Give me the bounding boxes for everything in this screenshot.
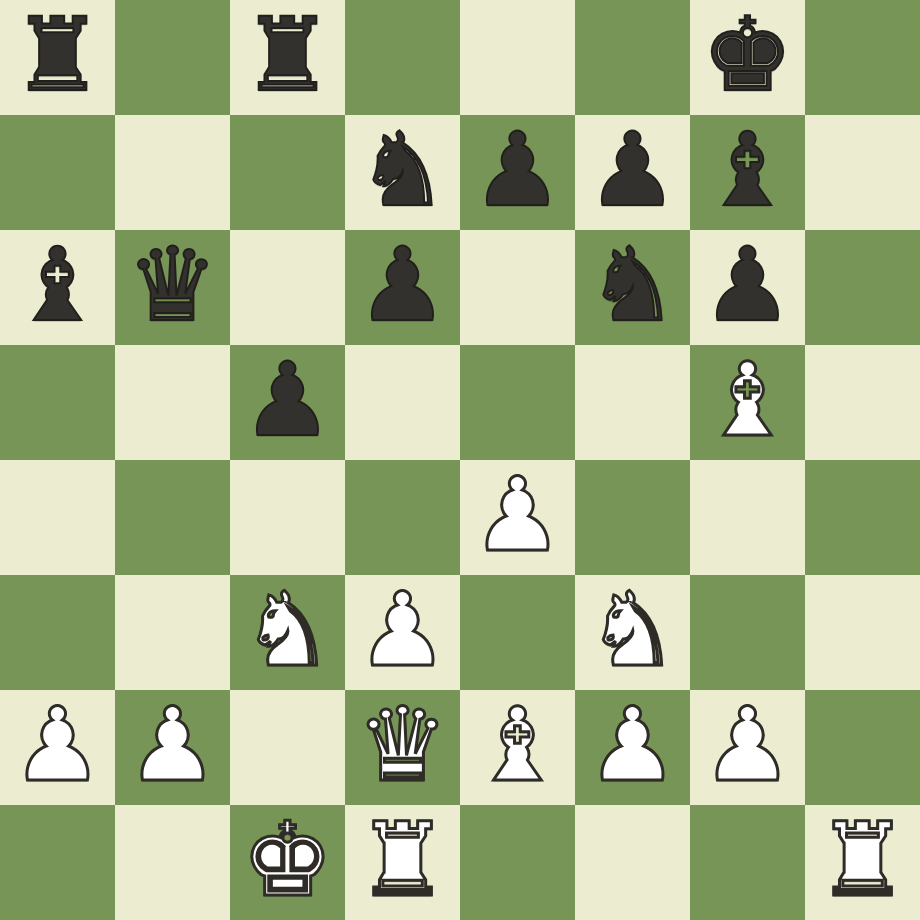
black-king-g8[interactable]: ♚ bbox=[702, 0, 793, 112]
white-knight-f3[interactable]: ♞ bbox=[587, 572, 678, 687]
black-bishop-g7[interactable]: ♝ bbox=[702, 112, 793, 227]
black-knight-d7[interactable]: ♞ bbox=[357, 112, 448, 227]
square-f3[interactable]: ♞ bbox=[575, 575, 690, 690]
square-b3[interactable] bbox=[115, 575, 230, 690]
square-b4[interactable] bbox=[115, 460, 230, 575]
square-h6[interactable] bbox=[805, 230, 920, 345]
square-b1[interactable] bbox=[115, 805, 230, 920]
square-g7[interactable]: ♝ bbox=[690, 115, 805, 230]
white-rook-d1[interactable]: ♜ bbox=[357, 802, 448, 917]
white-knight-c3[interactable]: ♞ bbox=[242, 572, 333, 687]
square-h3[interactable] bbox=[805, 575, 920, 690]
white-king-c1[interactable]: ♚ bbox=[242, 802, 333, 917]
square-d7[interactable]: ♞ bbox=[345, 115, 460, 230]
square-e4[interactable]: ♟ bbox=[460, 460, 575, 575]
white-bishop-e2[interactable]: ♝ bbox=[472, 687, 563, 802]
square-d1[interactable]: ♜ bbox=[345, 805, 460, 920]
square-g3[interactable] bbox=[690, 575, 805, 690]
square-e3[interactable] bbox=[460, 575, 575, 690]
square-b7[interactable] bbox=[115, 115, 230, 230]
square-b6[interactable]: ♛ bbox=[115, 230, 230, 345]
square-b8[interactable] bbox=[115, 0, 230, 115]
black-pawn-d6[interactable]: ♟ bbox=[357, 227, 448, 342]
square-a3[interactable] bbox=[0, 575, 115, 690]
square-b2[interactable]: ♟ bbox=[115, 690, 230, 805]
square-g6[interactable]: ♟ bbox=[690, 230, 805, 345]
square-e2[interactable]: ♝ bbox=[460, 690, 575, 805]
square-f7[interactable]: ♟ bbox=[575, 115, 690, 230]
black-pawn-e7[interactable]: ♟ bbox=[472, 112, 563, 227]
white-pawn-b2[interactable]: ♟ bbox=[127, 687, 218, 802]
square-g2[interactable]: ♟ bbox=[690, 690, 805, 805]
square-e6[interactable] bbox=[460, 230, 575, 345]
square-a7[interactable] bbox=[0, 115, 115, 230]
square-d2[interactable]: ♛ bbox=[345, 690, 460, 805]
square-d5[interactable] bbox=[345, 345, 460, 460]
white-pawn-g2[interactable]: ♟ bbox=[702, 687, 793, 802]
square-g1[interactable] bbox=[690, 805, 805, 920]
black-queen-b6[interactable]: ♛ bbox=[127, 227, 218, 342]
square-h7[interactable] bbox=[805, 115, 920, 230]
square-f1[interactable] bbox=[575, 805, 690, 920]
square-f4[interactable] bbox=[575, 460, 690, 575]
square-a6[interactable]: ♝ bbox=[0, 230, 115, 345]
square-d6[interactable]: ♟ bbox=[345, 230, 460, 345]
square-e1[interactable] bbox=[460, 805, 575, 920]
square-h8[interactable] bbox=[805, 0, 920, 115]
square-a2[interactable]: ♟ bbox=[0, 690, 115, 805]
square-g5[interactable]: ♝ bbox=[690, 345, 805, 460]
square-c5[interactable]: ♟ bbox=[230, 345, 345, 460]
black-bishop-a6[interactable]: ♝ bbox=[12, 227, 103, 342]
black-knight-f6[interactable]: ♞ bbox=[587, 227, 678, 342]
square-f2[interactable]: ♟ bbox=[575, 690, 690, 805]
square-c2[interactable] bbox=[230, 690, 345, 805]
square-c4[interactable] bbox=[230, 460, 345, 575]
square-a1[interactable] bbox=[0, 805, 115, 920]
square-h4[interactable] bbox=[805, 460, 920, 575]
white-queen-d2[interactable]: ♛ bbox=[357, 687, 448, 802]
square-d4[interactable] bbox=[345, 460, 460, 575]
square-f8[interactable] bbox=[575, 0, 690, 115]
square-c7[interactable] bbox=[230, 115, 345, 230]
square-g4[interactable] bbox=[690, 460, 805, 575]
chess-board: ♜♜♚♞♟♟♝♝♛♟♞♟♟♝♟♞♟♞♟♟♛♝♟♟♚♜♜ bbox=[0, 0, 920, 920]
square-h5[interactable] bbox=[805, 345, 920, 460]
white-bishop-g5[interactable]: ♝ bbox=[702, 342, 793, 457]
square-c3[interactable]: ♞ bbox=[230, 575, 345, 690]
square-h2[interactable] bbox=[805, 690, 920, 805]
square-h1[interactable]: ♜ bbox=[805, 805, 920, 920]
black-pawn-f7[interactable]: ♟ bbox=[587, 112, 678, 227]
square-e8[interactable] bbox=[460, 0, 575, 115]
square-a4[interactable] bbox=[0, 460, 115, 575]
black-pawn-g6[interactable]: ♟ bbox=[702, 227, 793, 342]
square-d3[interactable]: ♟ bbox=[345, 575, 460, 690]
white-pawn-e4[interactable]: ♟ bbox=[472, 457, 563, 572]
black-rook-c8[interactable]: ♜ bbox=[242, 0, 333, 112]
white-pawn-a2[interactable]: ♟ bbox=[12, 687, 103, 802]
white-rook-h1[interactable]: ♜ bbox=[817, 802, 908, 917]
white-pawn-d3[interactable]: ♟ bbox=[357, 572, 448, 687]
black-rook-a8[interactable]: ♜ bbox=[12, 0, 103, 112]
square-b5[interactable] bbox=[115, 345, 230, 460]
square-f5[interactable] bbox=[575, 345, 690, 460]
square-g8[interactable]: ♚ bbox=[690, 0, 805, 115]
white-pawn-f2[interactable]: ♟ bbox=[587, 687, 678, 802]
square-e7[interactable]: ♟ bbox=[460, 115, 575, 230]
square-c8[interactable]: ♜ bbox=[230, 0, 345, 115]
square-a5[interactable] bbox=[0, 345, 115, 460]
square-c6[interactable] bbox=[230, 230, 345, 345]
square-c1[interactable]: ♚ bbox=[230, 805, 345, 920]
square-f6[interactable]: ♞ bbox=[575, 230, 690, 345]
square-a8[interactable]: ♜ bbox=[0, 0, 115, 115]
square-e5[interactable] bbox=[460, 345, 575, 460]
square-d8[interactable] bbox=[345, 0, 460, 115]
black-pawn-c5[interactable]: ♟ bbox=[242, 342, 333, 457]
